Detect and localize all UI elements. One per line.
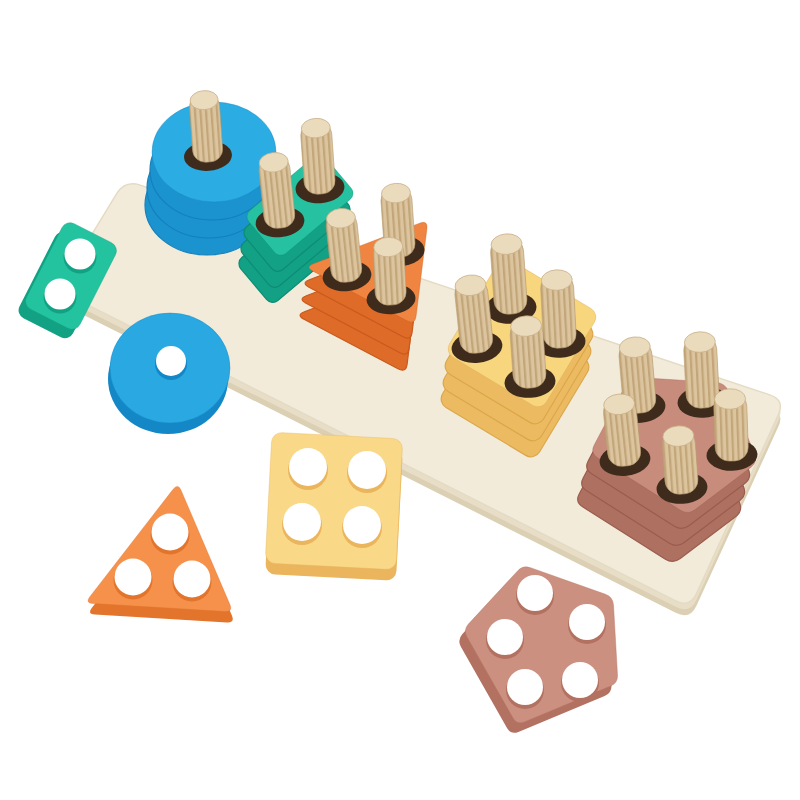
loose-piece-triangle-orange	[88, 486, 233, 622]
shape-sorter-toy-photo	[0, 0, 800, 800]
loose-piece-circle-blue	[108, 313, 230, 434]
loose-piece-square-yellow	[265, 432, 403, 581]
shape-hole-opening	[569, 604, 605, 640]
shape-hole-opening	[115, 559, 152, 596]
wooden-peg	[291, 117, 346, 205]
piece-top-face	[265, 432, 403, 570]
shape-hole-opening	[507, 669, 543, 705]
shape-hole-opening	[65, 239, 96, 270]
loose-piece-pentagon-mauve	[459, 567, 617, 733]
shape-hole-opening	[45, 279, 76, 310]
shape-hole-opening	[517, 575, 553, 611]
shape-hole-opening	[283, 503, 321, 541]
shape-hole-opening	[289, 448, 327, 486]
shape-hole-opening	[174, 561, 211, 598]
shape-hole-opening	[348, 451, 386, 489]
shape-hole-opening	[562, 662, 598, 698]
shape-hole-opening	[487, 619, 523, 655]
shape-hole-opening	[152, 514, 189, 551]
shape-hole-opening	[156, 346, 186, 376]
product-photo	[0, 0, 800, 800]
shape-hole-opening	[343, 506, 381, 544]
